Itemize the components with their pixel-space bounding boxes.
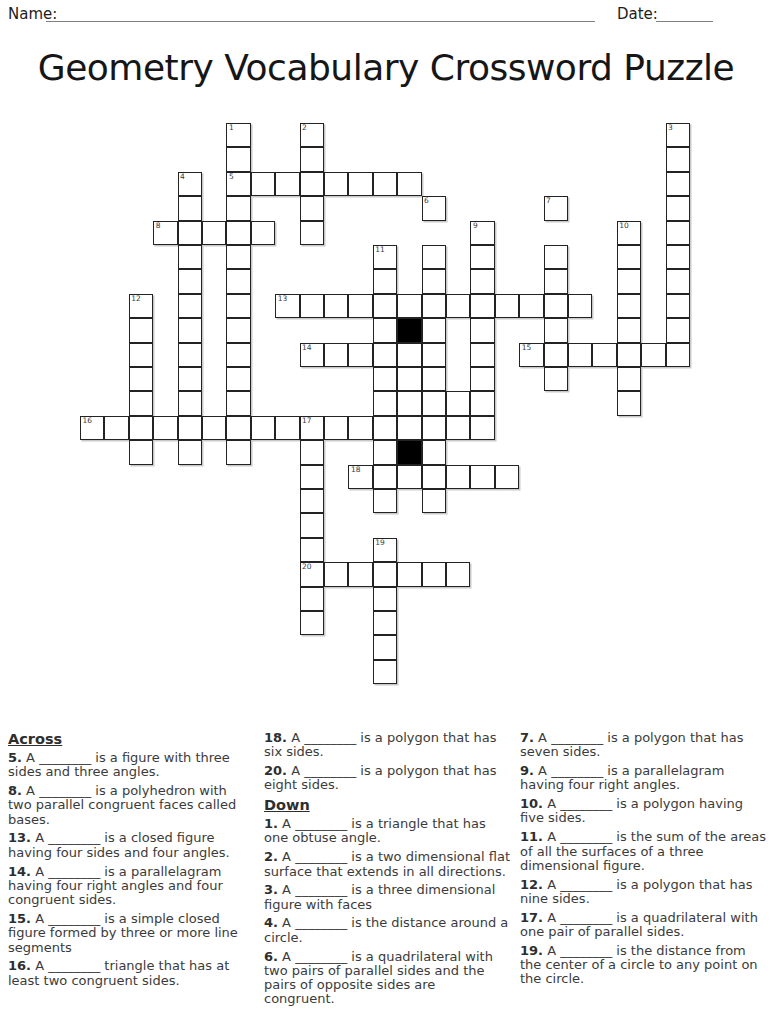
grid-cell[interactable]: [178, 343, 202, 367]
grid-cell[interactable]: [226, 343, 250, 367]
clue-item: 8. A ________ is a polyhedron with two p…: [8, 784, 254, 827]
grid-cell[interactable]: [666, 294, 690, 318]
clue-item-number: 10.: [520, 796, 543, 811]
grid-cell[interactable]: [446, 294, 470, 318]
clue-item-number: 17.: [520, 910, 543, 925]
grid-cell[interactable]: [324, 172, 348, 196]
grid-cell[interactable]: [373, 562, 397, 586]
clue-item-number: 12.: [520, 877, 543, 892]
grid-cell[interactable]: [129, 318, 153, 342]
grid-cell[interactable]: [251, 172, 275, 196]
grid-cell[interactable]: [422, 489, 446, 513]
clue-number: 8: [156, 221, 161, 230]
clue-section-header: Down: [264, 797, 510, 813]
grid-cell[interactable]: [666, 221, 690, 245]
grid-cell[interactable]: [226, 318, 250, 342]
grid-cell[interactable]: [226, 147, 250, 171]
grid-cell[interactable]: [373, 318, 397, 342]
grid-cell[interactable]: [178, 294, 202, 318]
grid-cell[interactable]: 2: [300, 123, 324, 147]
clue-column: 18. A ________ is a polygon that has six…: [264, 731, 510, 1011]
clue-number: 20: [302, 562, 312, 571]
clue-number: 14: [302, 343, 312, 352]
grid-cell[interactable]: 19: [373, 538, 397, 562]
grid-cell[interactable]: [495, 465, 519, 489]
clue-item: 13. A ________ is a closed figure having…: [8, 831, 254, 860]
grid-cell[interactable]: [226, 245, 250, 269]
clue-number: 7: [546, 196, 551, 205]
grid-cell[interactable]: [373, 294, 397, 318]
clue-number: 3: [668, 123, 673, 132]
clue-item: 2. A ________ is a two dimensional flat …: [264, 850, 510, 879]
grid-cell[interactable]: [373, 367, 397, 391]
clue-section-header: Across: [8, 731, 254, 747]
grid-cell[interactable]: [373, 611, 397, 635]
grid-cell[interactable]: [666, 147, 690, 171]
grid-cell[interactable]: [422, 562, 446, 586]
grid-cell[interactable]: [422, 391, 446, 415]
clue-number: 2: [302, 123, 307, 132]
grid-cell[interactable]: [178, 221, 202, 245]
grid-cell[interactable]: [446, 391, 470, 415]
name-input-line[interactable]: [46, 3, 595, 22]
clue-column: 7. A ________ is a polygon that has seve…: [520, 731, 766, 1011]
grid-cell[interactable]: [324, 343, 348, 367]
grid-cell[interactable]: [519, 294, 543, 318]
clue-item: 14. A ________ is a parallelagram having…: [8, 865, 254, 908]
clue-item: 17. A ________ is a quadrilateral with o…: [520, 911, 766, 940]
grid-cell[interactable]: [617, 343, 641, 367]
grid-cell[interactable]: [397, 391, 421, 415]
grid-cell[interactable]: [373, 489, 397, 513]
clue-item-number: 11.: [520, 829, 543, 844]
grid-cell[interactable]: [397, 343, 421, 367]
grid-cell[interactable]: [202, 416, 226, 440]
grid-cell[interactable]: 10: [617, 221, 641, 245]
grid-cell[interactable]: [178, 416, 202, 440]
grid-cell[interactable]: [470, 367, 494, 391]
clue-item-number: 13.: [8, 830, 31, 845]
clue-item-number: 8.: [8, 783, 22, 798]
clue-number: 1: [229, 123, 234, 132]
clue-item-number: 2.: [264, 849, 278, 864]
grid-cell[interactable]: [373, 269, 397, 293]
clue-number: 4: [180, 172, 185, 181]
grid-cell[interactable]: [300, 147, 324, 171]
clue-item: 6. A ________ is a quadrilateral with tw…: [264, 950, 510, 1007]
grid-cell[interactable]: 17: [300, 416, 324, 440]
grid-cell[interactable]: [129, 343, 153, 367]
grid-cell[interactable]: [178, 440, 202, 464]
grid-cell[interactable]: [153, 416, 177, 440]
grid-cell[interactable]: [617, 294, 641, 318]
clue-number: 6: [424, 196, 429, 205]
clue-item: 12. A ________ is a polygon that has nin…: [520, 878, 766, 907]
grid-cell[interactable]: 1: [226, 123, 250, 147]
grid-cell[interactable]: [446, 465, 470, 489]
page-title: Geometry Vocabulary Crossword Puzzle: [0, 47, 772, 88]
grid-cell[interactable]: [544, 343, 568, 367]
date-label: Date:: [617, 5, 658, 23]
grid-cell[interactable]: [495, 294, 519, 318]
clue-item: 1. A ________ is a triangle that has one…: [264, 817, 510, 846]
clue-item: 15. A ________ is a simple closed figure…: [8, 912, 254, 955]
grid-cell[interactable]: 18: [348, 465, 372, 489]
grid-cell[interactable]: [544, 318, 568, 342]
date-input-line[interactable]: [656, 3, 713, 22]
clue-number: 19: [375, 538, 385, 547]
grid-cell[interactable]: [275, 416, 299, 440]
clue-item: 20. A ________ is a polygon that has eig…: [264, 764, 510, 793]
grid-cell[interactable]: [470, 391, 494, 415]
grid-cell[interactable]: [300, 587, 324, 611]
grid-cell[interactable]: [617, 367, 641, 391]
grid-cell[interactable]: [422, 269, 446, 293]
grid-cell[interactable]: [397, 367, 421, 391]
grid-cell[interactable]: 5: [226, 172, 250, 196]
grid-cell[interactable]: [324, 562, 348, 586]
grid-cell[interactable]: 7: [544, 196, 568, 220]
clue-item: 5. A ________ is a figure with three sid…: [8, 751, 254, 780]
grid-cell[interactable]: [226, 440, 250, 464]
grid-cell[interactable]: [373, 343, 397, 367]
clue-item-number: 9.: [520, 763, 534, 778]
clue-item-number: 14.: [8, 864, 31, 879]
grid-cell[interactable]: 13: [275, 294, 299, 318]
grid-cell[interactable]: [397, 562, 421, 586]
grid-cell[interactable]: [226, 391, 250, 415]
clue-item: 3. A ________ is a three dimensional fig…: [264, 883, 510, 912]
grid-cell[interactable]: [422, 465, 446, 489]
clue-item-number: 19.: [520, 943, 543, 958]
grid-cell[interactable]: [666, 269, 690, 293]
grid-cell[interactable]: [470, 294, 494, 318]
grid-cell[interactable]: [422, 294, 446, 318]
grid-cell[interactable]: [226, 367, 250, 391]
grid-cell[interactable]: [300, 294, 324, 318]
grid-cell[interactable]: [324, 416, 348, 440]
grid-cell[interactable]: [568, 294, 592, 318]
grid-cell[interactable]: [422, 245, 446, 269]
grid-cell[interactable]: [617, 245, 641, 269]
grid-cell[interactable]: [300, 172, 324, 196]
grid-cell[interactable]: [544, 269, 568, 293]
grid-cell[interactable]: [617, 391, 641, 415]
clue-number: 11: [375, 245, 385, 254]
grid-cell[interactable]: [397, 294, 421, 318]
grid-cell[interactable]: [129, 391, 153, 415]
grid-cell[interactable]: [470, 269, 494, 293]
grid-cell[interactable]: [226, 221, 250, 245]
grid-cell[interactable]: 8: [153, 221, 177, 245]
grid-cell[interactable]: 4: [178, 172, 202, 196]
grid-cell[interactable]: [348, 294, 372, 318]
grid-cell[interactable]: [348, 343, 372, 367]
grid-cell[interactable]: [422, 343, 446, 367]
grid-cell[interactable]: 15: [519, 343, 543, 367]
grid-cell[interactable]: [470, 465, 494, 489]
grid-cell[interactable]: [178, 367, 202, 391]
clue-number: 17: [302, 416, 312, 425]
clue-item-number: 16.: [8, 958, 31, 973]
clue-number: 18: [351, 465, 361, 474]
grid-cell[interactable]: [422, 416, 446, 440]
grid-cell[interactable]: [300, 611, 324, 635]
grid-cell[interactable]: [617, 269, 641, 293]
grid-cell[interactable]: 20: [300, 562, 324, 586]
clue-number: 16: [83, 416, 93, 425]
grid-cell[interactable]: [544, 367, 568, 391]
grid-cell[interactable]: [300, 465, 324, 489]
grid-cell[interactable]: [373, 391, 397, 415]
clue-item: 7. A ________ is a polygon that has seve…: [520, 731, 766, 760]
clue-item: 9. A ________ is a parallelagram having …: [520, 764, 766, 793]
grid-cell[interactable]: [666, 172, 690, 196]
grid-cell[interactable]: [470, 343, 494, 367]
grid-cell[interactable]: [178, 196, 202, 220]
clue-item-number: 18.: [264, 730, 287, 745]
clue-item-number: 7.: [520, 730, 534, 745]
grid-cell[interactable]: [348, 172, 372, 196]
grid-cell[interactable]: [300, 440, 324, 464]
grid-cell[interactable]: [422, 318, 446, 342]
grid-cell[interactable]: [104, 416, 128, 440]
clue-item-number: 3.: [264, 882, 278, 897]
grid-cell[interactable]: [324, 294, 348, 318]
grid-cell[interactable]: [129, 367, 153, 391]
grid-cell[interactable]: [178, 269, 202, 293]
grid-cell[interactable]: [178, 318, 202, 342]
grid-cell[interactable]: [300, 196, 324, 220]
clue-item: 10. A ________ is a polygon having five …: [520, 797, 766, 826]
grid-cell[interactable]: [446, 416, 470, 440]
grid-cell[interactable]: [470, 416, 494, 440]
grid-cell[interactable]: [666, 196, 690, 220]
grid-cell[interactable]: 6: [422, 196, 446, 220]
clue-column: Across5. A ________ is a figure with thr…: [8, 731, 254, 1011]
grid-cell[interactable]: [373, 635, 397, 659]
clue-number: 12: [131, 294, 141, 303]
grid-cell[interactable]: [641, 343, 665, 367]
grid-cell[interactable]: 9: [470, 221, 494, 245]
grid-cell[interactable]: [300, 513, 324, 537]
grid-cell[interactable]: [397, 416, 421, 440]
clue-item-number: 4.: [264, 915, 278, 930]
grid-cell-black: [397, 440, 421, 464]
grid-cell[interactable]: [251, 416, 275, 440]
grid-cell[interactable]: [373, 660, 397, 684]
grid-cell-black: [397, 318, 421, 342]
grid-cell[interactable]: [226, 269, 250, 293]
grid-cell[interactable]: [666, 343, 690, 367]
grid-cell[interactable]: [617, 318, 641, 342]
grid-cell[interactable]: [666, 318, 690, 342]
clue-list: Across5. A ________ is a figure with thr…: [8, 731, 766, 1011]
grid-cell[interactable]: [373, 172, 397, 196]
clue-item: 16. A ________ triangle that has at leas…: [8, 959, 254, 988]
grid-cell[interactable]: [300, 221, 324, 245]
grid-cell[interactable]: [251, 221, 275, 245]
grid-cell[interactable]: 16: [80, 416, 104, 440]
grid-cell[interactable]: [300, 538, 324, 562]
grid-cell[interactable]: [422, 367, 446, 391]
grid-cell[interactable]: [373, 465, 397, 489]
clue-number: 9: [473, 221, 478, 230]
grid-cell[interactable]: [373, 587, 397, 611]
grid-cell[interactable]: [348, 562, 372, 586]
grid-cell[interactable]: [178, 245, 202, 269]
grid-cell[interactable]: [470, 318, 494, 342]
grid-cell[interactable]: [178, 391, 202, 415]
grid-cell[interactable]: [226, 294, 250, 318]
clue-number: 5: [229, 172, 234, 181]
grid-cell[interactable]: [226, 196, 250, 220]
grid-cell[interactable]: [568, 343, 592, 367]
grid-cell[interactable]: [666, 245, 690, 269]
grid-cell[interactable]: 14: [300, 343, 324, 367]
grid-cell[interactable]: [373, 440, 397, 464]
grid-cell[interactable]: 11: [373, 245, 397, 269]
grid-cell[interactable]: [129, 440, 153, 464]
crossword-grid: 1234567891011121314151617181920: [80, 123, 692, 686]
clue-item-number: 6.: [264, 949, 278, 964]
clue-item: 18. A ________ is a polygon that has six…: [264, 731, 510, 760]
grid-cell[interactable]: [226, 416, 250, 440]
grid-cell[interactable]: 12: [129, 294, 153, 318]
clue-item-number: 15.: [8, 911, 31, 926]
grid-cell[interactable]: [592, 343, 616, 367]
grid-cell[interactable]: [397, 172, 421, 196]
grid-cell[interactable]: 3: [666, 123, 690, 147]
grid-cell[interactable]: [275, 172, 299, 196]
grid-cell[interactable]: [422, 440, 446, 464]
grid-cell[interactable]: [373, 416, 397, 440]
grid-cell[interactable]: [470, 245, 494, 269]
grid-cell[interactable]: [544, 245, 568, 269]
grid-cell[interactable]: [202, 221, 226, 245]
worksheet-page: Name: Date: Geometry Vocabulary Crosswor…: [0, 0, 772, 1024]
grid-cell[interactable]: [300, 489, 324, 513]
clue-item-number: 20.: [264, 763, 287, 778]
grid-cell[interactable]: [348, 416, 372, 440]
grid-cell[interactable]: [397, 465, 421, 489]
clue-item: 4. A ________ is the distance around a c…: [264, 916, 510, 945]
clue-item: 11. A ________ is the sum of the areas o…: [520, 830, 766, 873]
clue-number: 15: [522, 343, 532, 352]
clue-number: 10: [619, 221, 629, 230]
clue-number: 13: [278, 294, 288, 303]
clue-item-number: 5.: [8, 750, 22, 765]
grid-cell[interactable]: [446, 562, 470, 586]
grid-cell[interactable]: [544, 294, 568, 318]
clue-item-number: 1.: [264, 816, 278, 831]
clue-item: 19. A ________ is the distance from the …: [520, 944, 766, 987]
grid-cell[interactable]: [129, 416, 153, 440]
